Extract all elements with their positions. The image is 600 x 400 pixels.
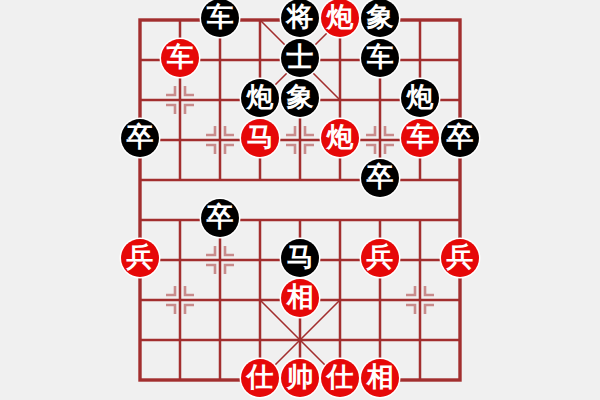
xiangqi-board: 车将炮象车士车炮象炮卒马炮车卒卒卒兵马兵兵相仕帅仕相 [0,0,600,400]
piece-glyph: 车 [407,124,434,151]
point-r4c7 [400,160,440,200]
point-r3c8: 卒 [440,120,480,160]
piece-glyph: 相 [287,284,314,311]
point-r5c6 [360,200,400,240]
piece-red-advisor[interactable]: 仕 [321,359,359,397]
point-r0c7 [400,0,440,40]
point-r3c3: 马 [240,120,280,160]
point-r9c3: 仕 [240,360,280,400]
point-r1c2 [200,40,240,80]
point-r0c2: 车 [200,0,240,40]
piece-red-soldier[interactable]: 兵 [441,239,479,277]
point-r6c2 [200,240,240,280]
piece-black-advisor[interactable]: 士 [281,39,319,77]
piece-black-soldier[interactable]: 卒 [441,119,479,157]
point-r5c3 [240,200,280,240]
point-r9c1 [160,360,200,400]
point-r2c5 [320,80,360,120]
point-r7c7 [400,280,440,320]
point-r0c8 [440,0,480,40]
piece-glyph: 车 [167,44,194,71]
point-r1c5 [320,40,360,80]
point-r8c4 [280,320,320,360]
point-r3c6 [360,120,400,160]
point-r3c7: 车 [400,120,440,160]
piece-glyph: 炮 [247,84,274,111]
point-r2c2 [200,80,240,120]
point-r8c0 [120,320,160,360]
point-r1c7 [400,40,440,80]
piece-glyph: 帅 [287,364,314,391]
piece-black-soldier[interactable]: 卒 [201,199,239,237]
piece-red-soldier[interactable]: 兵 [361,239,399,277]
point-r2c1 [160,80,200,120]
piece-glyph: 车 [367,44,394,71]
piece-black-soldier[interactable]: 卒 [121,119,159,157]
point-r0c0 [120,0,160,40]
point-r5c4 [280,200,320,240]
piece-red-soldier[interactable]: 兵 [121,239,159,277]
point-r0c6: 象 [360,0,400,40]
piece-glyph: 马 [247,124,274,151]
point-r0c3 [240,0,280,40]
piece-grid: 车将炮象车士车炮象炮卒马炮车卒卒卒兵马兵兵相仕帅仕相 [120,0,480,400]
point-r2c3: 炮 [240,80,280,120]
piece-red-elephant[interactable]: 相 [281,279,319,317]
point-r6c6: 兵 [360,240,400,280]
piece-glyph: 马 [287,244,314,271]
piece-black-horse[interactable]: 马 [281,239,319,277]
point-r3c2 [200,120,240,160]
point-r1c4: 士 [280,40,320,80]
point-r2c7: 炮 [400,80,440,120]
piece-black-chariot[interactable]: 车 [201,0,239,37]
piece-glyph: 卒 [127,124,154,151]
piece-red-cannon[interactable]: 炮 [321,119,359,157]
point-r1c8 [440,40,480,80]
point-r3c4 [280,120,320,160]
point-r0c5: 炮 [320,0,360,40]
point-r8c3 [240,320,280,360]
point-r2c0 [120,80,160,120]
point-r9c2 [200,360,240,400]
point-r0c4: 将 [280,0,320,40]
point-r7c5 [320,280,360,320]
point-r8c7 [400,320,440,360]
point-r2c8 [440,80,480,120]
point-r1c0 [120,40,160,80]
piece-red-elephant[interactable]: 相 [361,359,399,397]
piece-red-chariot[interactable]: 车 [401,119,439,157]
point-r1c3 [240,40,280,80]
point-r0c1 [160,0,200,40]
point-r9c0 [120,360,160,400]
point-r4c8 [440,160,480,200]
point-r4c5 [320,160,360,200]
piece-glyph: 卒 [207,204,234,231]
point-r8c8 [440,320,480,360]
point-r5c8 [440,200,480,240]
point-r6c5 [320,240,360,280]
point-r7c2 [200,280,240,320]
point-r6c3 [240,240,280,280]
piece-glyph: 炮 [327,124,354,151]
piece-glyph: 兵 [447,244,474,271]
point-r6c4: 马 [280,240,320,280]
point-r1c1: 车 [160,40,200,80]
piece-red-chariot[interactable]: 车 [161,39,199,77]
point-r3c5: 炮 [320,120,360,160]
point-r4c1 [160,160,200,200]
point-r4c6: 卒 [360,160,400,200]
point-r5c7 [400,200,440,240]
point-r5c2: 卒 [200,200,240,240]
point-r4c3 [240,160,280,200]
piece-glyph: 士 [287,44,314,71]
piece-glyph: 相 [367,364,394,391]
piece-black-cannon[interactable]: 炮 [401,79,439,117]
point-r9c5: 仕 [320,360,360,400]
point-r8c2 [200,320,240,360]
piece-red-cannon[interactable]: 炮 [321,0,359,37]
point-r9c6: 相 [360,360,400,400]
point-r8c1 [160,320,200,360]
point-r4c4 [280,160,320,200]
piece-black-elephant[interactable]: 象 [361,0,399,37]
point-r7c6 [360,280,400,320]
piece-glyph: 卒 [447,124,474,151]
piece-glyph: 兵 [127,244,154,271]
piece-glyph: 将 [287,4,314,31]
piece-black-cannon[interactable]: 炮 [241,79,279,117]
point-r9c8 [440,360,480,400]
point-r5c1 [160,200,200,240]
piece-glyph: 仕 [247,364,274,391]
piece-glyph: 兵 [367,244,394,271]
point-r3c0: 卒 [120,120,160,160]
point-r3c1 [160,120,200,160]
piece-black-elephant[interactable]: 象 [281,79,319,117]
piece-glyph: 象 [367,4,394,31]
piece-red-horse[interactable]: 马 [241,119,279,157]
piece-black-soldier[interactable]: 卒 [361,159,399,197]
piece-black-general[interactable]: 将 [281,0,319,37]
piece-glyph: 车 [207,4,234,31]
point-r6c0: 兵 [120,240,160,280]
point-r5c0 [120,200,160,240]
point-r7c0 [120,280,160,320]
point-r6c8: 兵 [440,240,480,280]
piece-red-advisor[interactable]: 仕 [241,359,279,397]
piece-glyph: 卒 [367,164,394,191]
point-r5c5 [320,200,360,240]
point-r9c7 [400,360,440,400]
piece-black-chariot[interactable]: 车 [361,39,399,77]
piece-red-general[interactable]: 帅 [281,359,319,397]
point-r1c6: 车 [360,40,400,80]
piece-glyph: 炮 [327,4,354,31]
point-r7c3 [240,280,280,320]
point-r8c5 [320,320,360,360]
point-r4c2 [200,160,240,200]
piece-glyph: 象 [287,84,314,111]
point-r6c1 [160,240,200,280]
piece-glyph: 仕 [327,364,354,391]
point-r9c4: 帅 [280,360,320,400]
point-r7c8 [440,280,480,320]
point-r4c0 [120,160,160,200]
point-r8c6 [360,320,400,360]
point-r7c4: 相 [280,280,320,320]
point-r2c4: 象 [280,80,320,120]
point-r2c6 [360,80,400,120]
point-r6c7 [400,240,440,280]
piece-glyph: 炮 [407,84,434,111]
point-r7c1 [160,280,200,320]
